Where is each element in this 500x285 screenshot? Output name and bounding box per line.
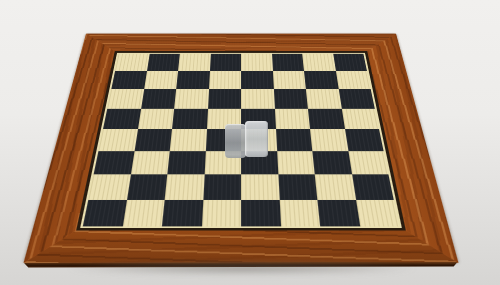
square-d8 — [210, 54, 241, 71]
square-f7 — [272, 71, 305, 89]
square-g8 — [302, 54, 335, 71]
square-h5 — [341, 108, 379, 129]
square-b7 — [144, 71, 178, 89]
square-e1 — [241, 199, 281, 226]
square-h3 — [348, 151, 389, 174]
square-f3 — [277, 151, 315, 174]
square-c4 — [170, 129, 207, 151]
square-e8 — [241, 54, 272, 71]
square-c3 — [167, 151, 205, 174]
square-e6 — [241, 89, 274, 108]
square-d2 — [203, 174, 241, 199]
square-g7 — [304, 71, 338, 89]
square-c6 — [174, 89, 208, 108]
board-shadow — [16, 263, 468, 277]
photo-background — [0, 0, 500, 285]
square-c1 — [162, 199, 203, 226]
center-tag-right-lobe — [245, 121, 268, 157]
square-h7 — [335, 71, 370, 89]
square-a2 — [88, 174, 130, 199]
square-e7 — [241, 71, 273, 89]
square-g5 — [308, 108, 345, 129]
square-f1 — [279, 199, 320, 226]
square-f4 — [276, 129, 313, 151]
square-d1 — [201, 199, 241, 226]
square-a7 — [111, 71, 146, 89]
square-f5 — [274, 108, 310, 129]
square-a8 — [115, 54, 149, 71]
square-b8 — [147, 54, 180, 71]
square-b3 — [130, 151, 169, 174]
square-d6 — [208, 89, 241, 108]
square-c2 — [165, 174, 204, 199]
square-a3 — [94, 151, 135, 174]
square-f6 — [273, 89, 307, 108]
square-h6 — [338, 89, 374, 108]
square-h4 — [345, 129, 384, 151]
square-f8 — [272, 54, 304, 71]
center-tag — [224, 121, 269, 159]
square-a1 — [83, 199, 127, 226]
square-c8 — [178, 54, 210, 71]
square-a6 — [107, 89, 143, 108]
square-h1 — [355, 199, 399, 226]
square-b5 — [138, 108, 175, 129]
square-h2 — [352, 174, 394, 199]
square-g1 — [317, 199, 359, 226]
square-e2 — [241, 174, 279, 199]
square-a5 — [103, 108, 141, 129]
square-b4 — [134, 129, 172, 151]
square-g6 — [306, 89, 341, 108]
square-g2 — [315, 174, 356, 199]
square-g3 — [312, 151, 351, 174]
square-c7 — [176, 71, 209, 89]
square-h8 — [333, 54, 367, 71]
center-tag-left-lobe — [225, 124, 246, 158]
square-c5 — [172, 108, 208, 129]
square-a4 — [98, 129, 137, 151]
square-g4 — [310, 129, 348, 151]
square-d7 — [209, 71, 241, 89]
square-b6 — [141, 89, 176, 108]
square-b2 — [127, 174, 168, 199]
square-b1 — [122, 199, 164, 226]
square-f2 — [278, 174, 317, 199]
